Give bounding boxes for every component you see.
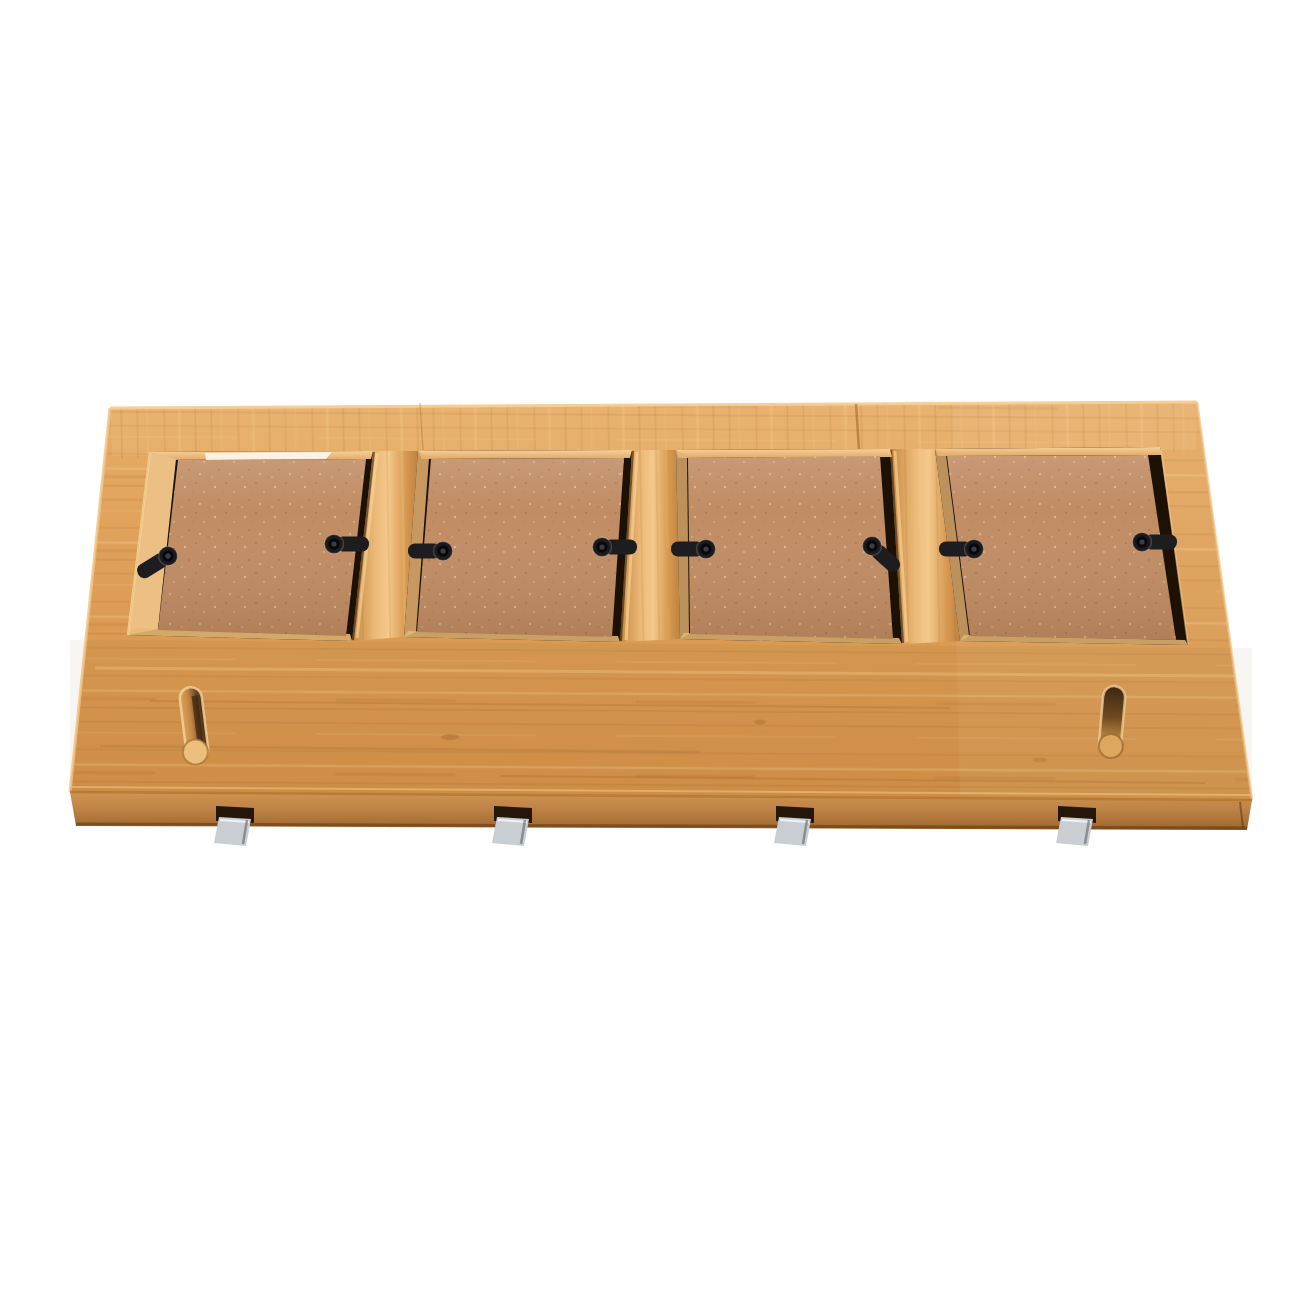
swivel-clip-2 <box>325 535 370 554</box>
glass-sliver <box>205 452 332 460</box>
swivel-clip-4 <box>593 538 638 557</box>
photo-canvas <box>0 0 1300 1300</box>
swivel-clip-8 <box>1133 533 1178 552</box>
swivel-clip-7 <box>939 540 984 559</box>
recess-chamfer-top <box>418 450 632 459</box>
hanging-slot-right <box>1098 685 1128 759</box>
frame-board <box>70 402 1252 846</box>
swivel-clip-3 <box>408 542 453 561</box>
apron-tone-overlay <box>70 640 1252 800</box>
product-photo <box>0 0 1300 1300</box>
swivel-clip-5 <box>671 540 716 559</box>
